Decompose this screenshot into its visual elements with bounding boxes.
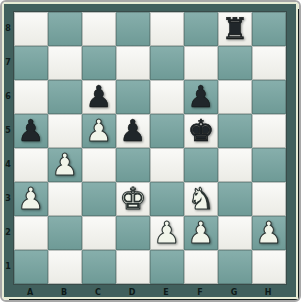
square-f3[interactable]: ♞ [184,182,218,216]
white-knight: ♞ [188,182,215,216]
square-a8[interactable] [14,12,48,46]
chess-diagram: ♜♟♟♟♟♟♚♟♟♚♞♟♟♟ 87654321 ABCDEFGH [0,0,301,302]
square-b7[interactable] [48,46,82,80]
square-h5[interactable] [252,114,286,148]
square-a5[interactable]: ♟ [14,114,48,148]
square-g7[interactable] [218,46,252,80]
square-g2[interactable] [218,216,252,250]
square-f5[interactable]: ♚ [184,114,218,148]
rank-label-5: 5 [3,113,13,147]
square-g6[interactable] [218,80,252,114]
white-pawn: ♟ [188,216,215,250]
square-e7[interactable] [150,46,184,80]
rank-label-4: 4 [3,147,13,181]
square-d2[interactable] [116,216,150,250]
rank-label-1: 1 [3,249,13,283]
rank-label-6: 6 [3,79,13,113]
black-rook: ♜ [222,12,249,46]
rank-label-7: 7 [3,45,13,79]
square-b2[interactable] [48,216,82,250]
square-f1[interactable] [184,250,218,284]
square-g1[interactable] [218,250,252,284]
square-c4[interactable] [82,148,116,182]
file-label-e: E [149,286,183,299]
black-pawn: ♟ [120,114,147,148]
square-h7[interactable] [252,46,286,80]
square-g4[interactable] [218,148,252,182]
file-labels: ABCDEFGH [13,286,287,299]
file-label-f: F [183,286,217,299]
rank-label-8: 8 [3,11,13,45]
square-c2[interactable] [82,216,116,250]
square-g5[interactable] [218,114,252,148]
square-f2[interactable]: ♟ [184,216,218,250]
square-e8[interactable] [150,12,184,46]
square-d4[interactable] [116,148,150,182]
square-f8[interactable] [184,12,218,46]
square-h6[interactable] [252,80,286,114]
file-label-d: D [115,286,149,299]
black-pawn: ♟ [18,114,45,148]
file-label-a: A [13,286,47,299]
rank-labels: 87654321 [3,11,13,283]
rank-label-2: 2 [3,215,13,249]
square-a3[interactable]: ♟ [14,182,48,216]
square-e2[interactable]: ♟ [150,216,184,250]
white-pawn: ♟ [154,216,181,250]
square-c7[interactable] [82,46,116,80]
square-h8[interactable] [252,12,286,46]
square-f6[interactable]: ♟ [184,80,218,114]
square-d5[interactable]: ♟ [116,114,150,148]
white-pawn: ♟ [256,216,283,250]
square-g8[interactable]: ♜ [218,12,252,46]
square-e6[interactable] [150,80,184,114]
square-d8[interactable] [116,12,150,46]
square-b4[interactable]: ♟ [48,148,82,182]
square-e1[interactable] [150,250,184,284]
square-c1[interactable] [82,250,116,284]
chess-board: ♜♟♟♟♟♟♚♟♟♚♞♟♟♟ [13,11,287,285]
white-king: ♚ [120,182,147,216]
square-a7[interactable] [14,46,48,80]
file-label-g: G [217,286,251,299]
square-c6[interactable]: ♟ [82,80,116,114]
square-d6[interactable] [116,80,150,114]
square-c3[interactable] [82,182,116,216]
square-h2[interactable]: ♟ [252,216,286,250]
square-f7[interactable] [184,46,218,80]
white-pawn: ♟ [18,182,45,216]
file-label-b: B [47,286,81,299]
square-e4[interactable] [150,148,184,182]
file-label-c: C [81,286,115,299]
square-h1[interactable] [252,250,286,284]
black-pawn: ♟ [86,80,113,114]
square-c5[interactable]: ♟ [82,114,116,148]
square-c8[interactable] [82,12,116,46]
square-d1[interactable] [116,250,150,284]
square-e3[interactable] [150,182,184,216]
square-a6[interactable] [14,80,48,114]
square-d7[interactable] [116,46,150,80]
square-b8[interactable] [48,12,82,46]
square-b1[interactable] [48,250,82,284]
square-b6[interactable] [48,80,82,114]
square-a2[interactable] [14,216,48,250]
white-pawn: ♟ [52,148,79,182]
rank-label-3: 3 [3,181,13,215]
square-g3[interactable] [218,182,252,216]
square-e5[interactable] [150,114,184,148]
square-a4[interactable] [14,148,48,182]
square-h3[interactable] [252,182,286,216]
square-a1[interactable] [14,250,48,284]
square-f4[interactable] [184,148,218,182]
square-b3[interactable] [48,182,82,216]
file-label-h: H [251,286,285,299]
white-pawn: ♟ [86,114,113,148]
square-d3[interactable]: ♚ [116,182,150,216]
square-b5[interactable] [48,114,82,148]
square-h4[interactable] [252,148,286,182]
black-pawn: ♟ [188,80,215,114]
black-king: ♚ [188,114,215,148]
